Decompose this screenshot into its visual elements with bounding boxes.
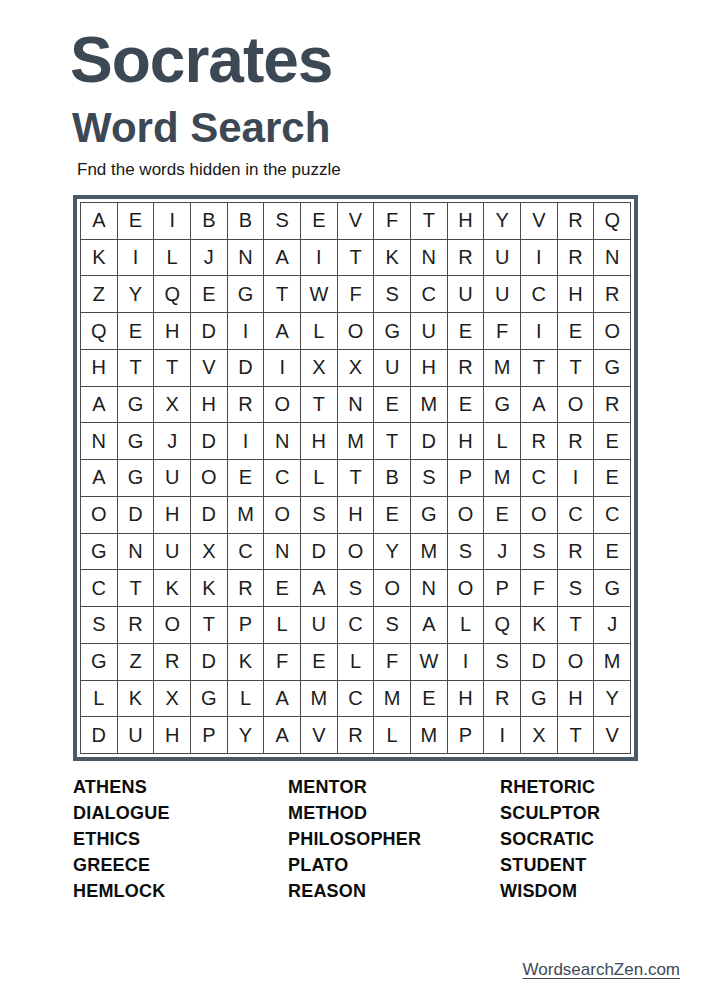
grid-cell[interactable]: D bbox=[191, 497, 227, 533]
grid-cell[interactable]: O bbox=[374, 570, 410, 606]
grid-cell[interactable]: M bbox=[594, 644, 630, 680]
grid-cell[interactable]: D bbox=[81, 717, 117, 753]
grid-cell[interactable]: C bbox=[338, 681, 374, 717]
grid-cell[interactable]: L bbox=[264, 607, 300, 643]
grid-cell[interactable]: I bbox=[484, 717, 520, 753]
grid-cell[interactable]: C bbox=[338, 607, 374, 643]
grid-cell[interactable]: L bbox=[448, 607, 484, 643]
grid-cell[interactable]: E bbox=[484, 497, 520, 533]
grid-cell[interactable]: M bbox=[411, 717, 447, 753]
grid-cell[interactable]: T bbox=[264, 276, 300, 312]
grid-cell[interactable]: N bbox=[411, 240, 447, 276]
grid-cell[interactable]: M bbox=[301, 681, 337, 717]
grid-cell[interactable]: U bbox=[411, 313, 447, 349]
grid-cell[interactable]: Q bbox=[154, 276, 190, 312]
grid-cell[interactable]: I bbox=[118, 240, 154, 276]
grid-cell[interactable]: X bbox=[191, 534, 227, 570]
grid-cell[interactable]: H bbox=[411, 350, 447, 386]
grid-cell[interactable]: F bbox=[521, 570, 557, 606]
grid-cell[interactable]: C bbox=[594, 497, 630, 533]
grid-cell[interactable]: S bbox=[521, 534, 557, 570]
grid-cell[interactable]: P bbox=[448, 717, 484, 753]
grid-cell[interactable]: X bbox=[301, 350, 337, 386]
grid-cell[interactable]: L bbox=[484, 423, 520, 459]
grid-cell[interactable]: X bbox=[154, 681, 190, 717]
grid-cell[interactable]: A bbox=[264, 240, 300, 276]
grid-cell[interactable]: C bbox=[264, 460, 300, 496]
grid-cell[interactable]: K bbox=[374, 240, 410, 276]
word-item: METHOD bbox=[288, 800, 500, 826]
website-link[interactable]: WordsearchZen.com bbox=[523, 960, 680, 980]
grid-cell[interactable]: N bbox=[264, 423, 300, 459]
grid-cell[interactable]: G bbox=[118, 423, 154, 459]
grid-cell[interactable]: H bbox=[154, 313, 190, 349]
grid-cell[interactable]: E bbox=[301, 644, 337, 680]
word-item: WISDOM bbox=[500, 878, 635, 904]
grid-cell[interactable]: U bbox=[154, 460, 190, 496]
grid-cell[interactable]: H bbox=[448, 203, 484, 239]
grid-cell[interactable]: S bbox=[301, 497, 337, 533]
grid-cell[interactable]: Z bbox=[118, 644, 154, 680]
grid-cell[interactable]: R bbox=[228, 387, 264, 423]
grid-cell[interactable]: Z bbox=[81, 276, 117, 312]
grid-cell[interactable]: A bbox=[521, 387, 557, 423]
grid-cell[interactable]: I bbox=[558, 460, 594, 496]
grid-cell[interactable]: O bbox=[338, 534, 374, 570]
grid-cell[interactable]: T bbox=[558, 717, 594, 753]
grid-cell[interactable]: F bbox=[374, 203, 410, 239]
grid-cell[interactable]: W bbox=[301, 276, 337, 312]
grid-cell[interactable]: S bbox=[81, 607, 117, 643]
grid-cell[interactable]: I bbox=[228, 423, 264, 459]
grid-cell[interactable]: J bbox=[484, 534, 520, 570]
grid-cell[interactable]: F bbox=[264, 644, 300, 680]
grid-cell[interactable]: L bbox=[154, 240, 190, 276]
grid-cell[interactable]: U bbox=[484, 240, 520, 276]
grid-cell[interactable]: H bbox=[448, 681, 484, 717]
grid-cell[interactable]: K bbox=[228, 644, 264, 680]
grid-cell[interactable]: E bbox=[374, 497, 410, 533]
grid-cell[interactable]: B bbox=[374, 460, 410, 496]
grid-cell[interactable]: T bbox=[154, 350, 190, 386]
grid-cell[interactable]: G bbox=[484, 387, 520, 423]
grid-cell[interactable]: M bbox=[228, 497, 264, 533]
grid-cell[interactable]: A bbox=[264, 717, 300, 753]
grid-cell[interactable]: R bbox=[154, 644, 190, 680]
grid-cell[interactable]: N bbox=[594, 240, 630, 276]
grid-cell[interactable]: S bbox=[484, 644, 520, 680]
grid-cell[interactable]: U bbox=[484, 276, 520, 312]
grid-cell[interactable]: R bbox=[448, 240, 484, 276]
grid-cell[interactable]: I bbox=[154, 203, 190, 239]
grid-cell[interactable]: K bbox=[521, 607, 557, 643]
grid-cell[interactable]: O bbox=[154, 607, 190, 643]
grid-cell[interactable]: J bbox=[191, 240, 227, 276]
grid-cell[interactable]: T bbox=[338, 240, 374, 276]
grid-cell[interactable]: T bbox=[411, 203, 447, 239]
grid-cell[interactable]: C bbox=[521, 276, 557, 312]
grid-cell[interactable]: F bbox=[338, 276, 374, 312]
grid-cell[interactable]: A bbox=[81, 203, 117, 239]
grid-cell[interactable]: O bbox=[264, 387, 300, 423]
grid-cell[interactable]: Y bbox=[228, 717, 264, 753]
word-item: ETHICS bbox=[73, 826, 288, 852]
grid-cell[interactable]: G bbox=[118, 460, 154, 496]
grid-cell[interactable]: D bbox=[191, 423, 227, 459]
word-item: SCULPTOR bbox=[500, 800, 635, 826]
grid-cell[interactable]: R bbox=[558, 240, 594, 276]
grid-cell[interactable]: K bbox=[81, 240, 117, 276]
page-subtitle: Word Search bbox=[72, 107, 330, 149]
grid-cell[interactable]: H bbox=[338, 497, 374, 533]
grid-cell[interactable]: S bbox=[264, 203, 300, 239]
word-item: SOCRATIC bbox=[500, 826, 635, 852]
word-column: MENTORMETHODPHILOSOPHERPLATOREASON bbox=[288, 774, 500, 904]
word-item: PLATO bbox=[288, 852, 500, 878]
grid-cell[interactable]: Q bbox=[81, 313, 117, 349]
grid-cell[interactable]: E bbox=[411, 681, 447, 717]
grid-cell[interactable]: S bbox=[374, 276, 410, 312]
grid-cell[interactable]: U bbox=[374, 350, 410, 386]
grid-cell[interactable]: E bbox=[594, 423, 630, 459]
grid-cell[interactable]: Y bbox=[484, 203, 520, 239]
grid-cell[interactable]: D bbox=[301, 534, 337, 570]
grid-cell[interactable]: O bbox=[191, 460, 227, 496]
grid-cell[interactable]: G bbox=[411, 497, 447, 533]
grid-cell[interactable]: R bbox=[521, 423, 557, 459]
grid-cell[interactable]: C bbox=[228, 534, 264, 570]
grid-cell[interactable]: V bbox=[301, 717, 337, 753]
grid-cell[interactable]: G bbox=[374, 313, 410, 349]
grid-cell[interactable]: E bbox=[448, 313, 484, 349]
grid-cell[interactable]: J bbox=[594, 607, 630, 643]
grid-cell[interactable]: G bbox=[118, 387, 154, 423]
grid-cell[interactable]: T bbox=[558, 350, 594, 386]
grid-cell[interactable]: I bbox=[301, 240, 337, 276]
grid-cell[interactable]: E bbox=[594, 534, 630, 570]
grid-cell[interactable]: G bbox=[81, 644, 117, 680]
word-item: GREECE bbox=[73, 852, 288, 878]
grid-cell[interactable]: M bbox=[411, 387, 447, 423]
grid-cell[interactable]: I bbox=[521, 313, 557, 349]
grid-cell[interactable]: N bbox=[338, 387, 374, 423]
grid-cell[interactable]: N bbox=[118, 534, 154, 570]
word-item: STUDENT bbox=[500, 852, 635, 878]
grid-cell[interactable]: G bbox=[521, 681, 557, 717]
grid-cell[interactable]: R bbox=[448, 350, 484, 386]
grid-cell[interactable]: D bbox=[228, 350, 264, 386]
grid-cell[interactable]: M bbox=[338, 423, 374, 459]
grid-cell[interactable]: V bbox=[191, 350, 227, 386]
grid-cell[interactable]: R bbox=[118, 607, 154, 643]
grid-cell[interactable]: E bbox=[374, 387, 410, 423]
grid-cell[interactable]: A bbox=[264, 681, 300, 717]
grid-cell[interactable]: O bbox=[594, 313, 630, 349]
grid-cell[interactable]: O bbox=[448, 570, 484, 606]
grid-cell[interactable]: T bbox=[118, 570, 154, 606]
grid-cell[interactable]: I bbox=[228, 313, 264, 349]
grid-cell[interactable]: C bbox=[558, 497, 594, 533]
word-item: DIALOGUE bbox=[73, 800, 288, 826]
grid-cell[interactable]: R bbox=[558, 423, 594, 459]
grid-cell[interactable]: D bbox=[191, 644, 227, 680]
grid-cell[interactable]: I bbox=[448, 644, 484, 680]
grid-cell[interactable]: H bbox=[558, 276, 594, 312]
grid-cell[interactable]: L bbox=[374, 717, 410, 753]
grid-cell[interactable]: F bbox=[484, 313, 520, 349]
word-item: RHETORIC bbox=[500, 774, 635, 800]
word-item: PHILOSOPHER bbox=[288, 826, 500, 852]
grid-cell[interactable]: E bbox=[228, 460, 264, 496]
grid-cell[interactable]: T bbox=[521, 350, 557, 386]
grid-cell[interactable]: V bbox=[594, 717, 630, 753]
grid-cell[interactable]: A bbox=[264, 313, 300, 349]
grid-cell[interactable]: S bbox=[374, 607, 410, 643]
grid-cell[interactable]: T bbox=[191, 607, 227, 643]
grid-cell[interactable]: E bbox=[301, 203, 337, 239]
grid-cell[interactable]: T bbox=[558, 607, 594, 643]
grid-cell[interactable]: R bbox=[558, 534, 594, 570]
grid-cell[interactable]: M bbox=[411, 534, 447, 570]
grid-cell[interactable]: R bbox=[594, 387, 630, 423]
word-item: HEMLOCK bbox=[73, 878, 288, 904]
grid-cell[interactable]: R bbox=[594, 276, 630, 312]
grid-cell[interactable]: G bbox=[594, 570, 630, 606]
grid-cell[interactable]: X bbox=[338, 350, 374, 386]
grid-cell[interactable]: K bbox=[191, 570, 227, 606]
grid-cell[interactable]: O bbox=[521, 497, 557, 533]
grid-cell[interactable]: T bbox=[118, 350, 154, 386]
grid-cell[interactable]: E bbox=[191, 276, 227, 312]
letter-grid: AEIBBSEVFTHYVRQKILJNAITKNRUIRNZYQEGTWFSC… bbox=[80, 202, 631, 754]
grid-cell[interactable]: O bbox=[558, 644, 594, 680]
grid-cell[interactable]: A bbox=[81, 387, 117, 423]
grid-cell[interactable]: Y bbox=[374, 534, 410, 570]
grid-cell[interactable]: O bbox=[338, 313, 374, 349]
grid-cell[interactable]: R bbox=[338, 717, 374, 753]
grid-cell[interactable]: T bbox=[338, 460, 374, 496]
word-item: MENTOR bbox=[288, 774, 500, 800]
grid-cell[interactable]: L bbox=[338, 644, 374, 680]
grid-cell[interactable]: K bbox=[154, 570, 190, 606]
grid-cell[interactable]: C bbox=[521, 460, 557, 496]
grid-cell[interactable]: U bbox=[154, 534, 190, 570]
grid-cell[interactable]: M bbox=[374, 681, 410, 717]
grid-cell[interactable]: X bbox=[154, 387, 190, 423]
grid-cell[interactable]: O bbox=[81, 497, 117, 533]
grid-cell[interactable]: E bbox=[264, 570, 300, 606]
grid-cell[interactable]: L bbox=[301, 460, 337, 496]
grid-cell[interactable]: U bbox=[448, 276, 484, 312]
word-list: ATHENSDIALOGUEETHICSGREECEHEMLOCK MENTOR… bbox=[73, 774, 635, 904]
grid-cell[interactable]: G bbox=[191, 681, 227, 717]
grid-cell[interactable]: I bbox=[521, 240, 557, 276]
grid-cell[interactable]: L bbox=[301, 313, 337, 349]
grid-cell[interactable]: Q bbox=[594, 203, 630, 239]
grid-cell[interactable]: H bbox=[81, 350, 117, 386]
word-column: ATHENSDIALOGUEETHICSGREECEHEMLOCK bbox=[73, 774, 288, 904]
grid-cell[interactable]: G bbox=[594, 350, 630, 386]
grid-cell[interactable]: L bbox=[228, 681, 264, 717]
grid-cell[interactable]: R bbox=[228, 570, 264, 606]
grid-cell[interactable]: A bbox=[301, 570, 337, 606]
grid-cell[interactable]: S bbox=[411, 460, 447, 496]
grid-cell[interactable]: Q bbox=[484, 607, 520, 643]
grid-cell[interactable]: D bbox=[191, 313, 227, 349]
grid-cell[interactable]: S bbox=[338, 570, 374, 606]
grid-cell[interactable]: N bbox=[81, 423, 117, 459]
grid-cell[interactable]: V bbox=[338, 203, 374, 239]
grid-cell[interactable]: D bbox=[118, 497, 154, 533]
grid-cell[interactable]: N bbox=[264, 534, 300, 570]
word-item: REASON bbox=[288, 878, 500, 904]
grid-cell[interactable]: C bbox=[81, 570, 117, 606]
grid-cell[interactable]: Y bbox=[118, 276, 154, 312]
grid-cell[interactable]: F bbox=[374, 644, 410, 680]
grid-cell[interactable]: D bbox=[521, 644, 557, 680]
grid-cell[interactable]: B bbox=[191, 203, 227, 239]
grid-cell[interactable]: C bbox=[411, 276, 447, 312]
grid-cell[interactable]: E bbox=[118, 203, 154, 239]
grid-cell[interactable]: U bbox=[301, 607, 337, 643]
grid-cell[interactable]: U bbox=[118, 717, 154, 753]
grid-cell[interactable]: H bbox=[448, 423, 484, 459]
grid-cell[interactable]: O bbox=[558, 387, 594, 423]
grid-cell[interactable]: E bbox=[118, 313, 154, 349]
grid-cell[interactable]: P bbox=[448, 460, 484, 496]
grid-cell[interactable]: R bbox=[484, 681, 520, 717]
word-item: ATHENS bbox=[73, 774, 288, 800]
instructions-text: Fnd the words hidden in the puzzle bbox=[77, 160, 341, 180]
grid-cell[interactable]: H bbox=[191, 387, 227, 423]
grid-cell[interactable]: H bbox=[558, 681, 594, 717]
puzzle-frame: AEIBBSEVFTHYVRQKILJNAITKNRUIRNZYQEGTWFSC… bbox=[73, 195, 638, 761]
grid-cell[interactable]: T bbox=[301, 387, 337, 423]
grid-cell[interactable]: W bbox=[411, 644, 447, 680]
grid-cell[interactable]: A bbox=[81, 460, 117, 496]
grid-cell[interactable]: N bbox=[228, 240, 264, 276]
grid-cell[interactable]: K bbox=[118, 681, 154, 717]
grid-cell[interactable]: H bbox=[154, 717, 190, 753]
grid-cell[interactable]: P bbox=[191, 717, 227, 753]
grid-cell[interactable]: Y bbox=[594, 681, 630, 717]
grid-cell[interactable]: O bbox=[264, 497, 300, 533]
grid-cell[interactable]: H bbox=[301, 423, 337, 459]
grid-cell[interactable]: S bbox=[558, 570, 594, 606]
grid-cell[interactable]: S bbox=[448, 534, 484, 570]
grid-cell[interactable]: V bbox=[521, 203, 557, 239]
grid-cell[interactable]: B bbox=[228, 203, 264, 239]
grid-cell[interactable]: E bbox=[558, 313, 594, 349]
grid-cell[interactable]: G bbox=[81, 534, 117, 570]
word-column: RHETORICSCULPTORSOCRATICSTUDENTWISDOM bbox=[500, 774, 635, 904]
grid-cell[interactable]: G bbox=[228, 276, 264, 312]
page-title: Socrates bbox=[70, 28, 332, 92]
grid-cell[interactable]: H bbox=[154, 497, 190, 533]
grid-cell[interactable]: E bbox=[594, 460, 630, 496]
grid-cell[interactable]: L bbox=[81, 681, 117, 717]
grid-cell[interactable]: E bbox=[448, 387, 484, 423]
grid-cell[interactable]: D bbox=[411, 423, 447, 459]
grid-cell[interactable]: M bbox=[484, 460, 520, 496]
grid-cell[interactable]: O bbox=[448, 497, 484, 533]
grid-cell[interactable]: I bbox=[264, 350, 300, 386]
grid-cell[interactable]: N bbox=[411, 570, 447, 606]
grid-cell[interactable]: X bbox=[521, 717, 557, 753]
grid-cell[interactable]: P bbox=[228, 607, 264, 643]
grid-cell[interactable]: A bbox=[411, 607, 447, 643]
grid-cell[interactable]: P bbox=[484, 570, 520, 606]
grid-cell[interactable]: M bbox=[484, 350, 520, 386]
grid-cell[interactable]: R bbox=[558, 203, 594, 239]
grid-cell[interactable]: T bbox=[374, 423, 410, 459]
grid-cell[interactable]: J bbox=[154, 423, 190, 459]
